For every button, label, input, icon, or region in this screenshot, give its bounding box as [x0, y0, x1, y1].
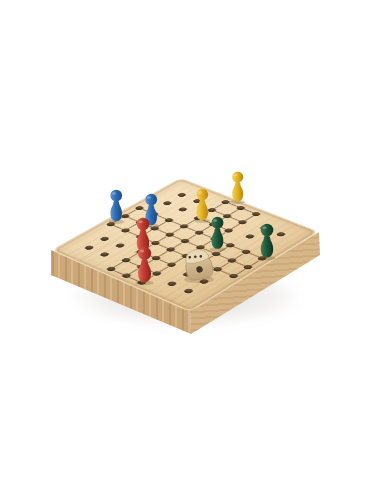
product-photo — [0, 0, 381, 492]
pieces-layer — [0, 0, 381, 492]
peg-green-2[interactable] — [256, 223, 278, 261]
die[interactable] — [180, 246, 218, 284]
peg-yellow-2[interactable] — [228, 171, 247, 204]
peg-red-2[interactable] — [133, 246, 156, 286]
peg-blue-1[interactable] — [106, 189, 126, 224]
